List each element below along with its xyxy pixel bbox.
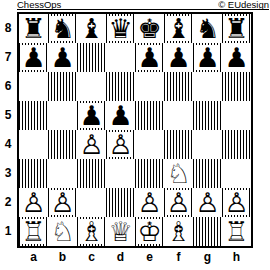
piece-black-rook[interactable]: ♜ — [224, 16, 249, 41]
square-e8[interactable]: ♚ — [135, 14, 164, 43]
piece-white-pawn[interactable]: ♙ — [166, 190, 191, 215]
piece-white-pawn[interactable]: ♙ — [224, 190, 249, 215]
square-e6[interactable] — [135, 72, 164, 101]
square-c1[interactable]: ♗ — [77, 217, 106, 246]
piece-black-rook[interactable]: ♜ — [21, 16, 46, 41]
file-label-b: b — [48, 250, 77, 264]
piece-black-knight[interactable]: ♞ — [195, 16, 220, 41]
square-g4[interactable] — [193, 130, 222, 159]
square-e2[interactable]: ♙ — [135, 188, 164, 217]
piece-black-pawn[interactable]: ♟ — [79, 103, 104, 128]
square-h3[interactable] — [222, 159, 251, 188]
piece-white-rook[interactable]: ♖ — [21, 219, 46, 244]
square-a8[interactable]: ♜ — [19, 14, 48, 43]
rank-label-5: 5 — [0, 101, 16, 130]
square-g6[interactable] — [193, 72, 222, 101]
file-label-e: e — [135, 250, 164, 264]
rank-label-6: 6 — [0, 72, 16, 101]
square-c2[interactable] — [77, 188, 106, 217]
square-c5[interactable]: ♟ — [77, 101, 106, 130]
piece-black-king[interactable]: ♚ — [137, 16, 162, 41]
square-c3[interactable] — [77, 159, 106, 188]
rank-label-2: 2 — [0, 188, 16, 217]
square-h8[interactable]: ♜ — [222, 14, 251, 43]
square-d1[interactable]: ♕ — [106, 217, 135, 246]
square-b2[interactable]: ♙ — [48, 188, 77, 217]
chess-diagram-page: ChessOps © EUdesign 87654321 ♜♞♝♛♚♝♞♜♟♟♟… — [0, 0, 270, 270]
square-b1[interactable]: ♘ — [48, 217, 77, 246]
file-label-c: c — [77, 250, 106, 264]
square-a7[interactable]: ♟ — [19, 43, 48, 72]
square-f2[interactable]: ♙ — [164, 188, 193, 217]
square-f8[interactable]: ♝ — [164, 14, 193, 43]
rank-label-3: 3 — [0, 159, 16, 188]
square-g2[interactable]: ♙ — [193, 188, 222, 217]
square-h1[interactable]: ♖ — [222, 217, 251, 246]
square-c8[interactable]: ♝ — [77, 14, 106, 43]
piece-black-pawn[interactable]: ♟ — [21, 45, 46, 70]
square-d5[interactable]: ♟ — [106, 101, 135, 130]
square-a2[interactable]: ♙ — [19, 188, 48, 217]
piece-black-bishop[interactable]: ♝ — [79, 16, 104, 41]
piece-black-pawn[interactable]: ♟ — [108, 103, 133, 128]
piece-white-knight[interactable]: ♘ — [166, 161, 191, 186]
square-d8[interactable]: ♛ — [106, 14, 135, 43]
piece-white-pawn[interactable]: ♙ — [50, 190, 75, 215]
file-labels: abcdefgh — [19, 250, 251, 264]
square-e1[interactable]: ♔ — [135, 217, 164, 246]
chess-board: ♜♞♝♛♚♝♞♜♟♟♟♟♟♟♟♟♙♙♘♙♙♙♙♙♙♖♘♗♕♔♗♖ — [17, 12, 253, 248]
square-d4[interactable]: ♙ — [106, 130, 135, 159]
rank-label-8: 8 — [0, 14, 16, 43]
square-e7[interactable]: ♟ — [135, 43, 164, 72]
square-f7[interactable]: ♟ — [164, 43, 193, 72]
piece-black-knight[interactable]: ♞ — [50, 16, 75, 41]
rank-label-7: 7 — [0, 43, 16, 72]
square-h4[interactable] — [222, 130, 251, 159]
square-d6[interactable] — [106, 72, 135, 101]
square-b3[interactable] — [48, 159, 77, 188]
piece-white-knight[interactable]: ♘ — [50, 219, 75, 244]
title-bar: ChessOps © EUdesign — [17, 0, 269, 10]
piece-white-bishop[interactable]: ♗ — [166, 219, 191, 244]
square-b8[interactable]: ♞ — [48, 14, 77, 43]
square-c7[interactable] — [77, 43, 106, 72]
square-a3[interactable] — [19, 159, 48, 188]
piece-black-bishop[interactable]: ♝ — [166, 16, 191, 41]
app-title: ChessOps — [17, 0, 61, 9]
square-b4[interactable] — [48, 130, 77, 159]
square-a5[interactable] — [19, 101, 48, 130]
square-g5[interactable] — [193, 101, 222, 130]
square-d7[interactable] — [106, 43, 135, 72]
square-h2[interactable]: ♙ — [222, 188, 251, 217]
square-g7[interactable]: ♟ — [193, 43, 222, 72]
square-b6[interactable] — [48, 72, 77, 101]
square-a4[interactable] — [19, 130, 48, 159]
piece-black-queen[interactable]: ♛ — [108, 16, 133, 41]
square-e5[interactable] — [135, 101, 164, 130]
file-label-g: g — [193, 250, 222, 264]
piece-white-pawn[interactable]: ♙ — [195, 190, 220, 215]
piece-white-queen[interactable]: ♕ — [108, 219, 133, 244]
square-g3[interactable] — [193, 159, 222, 188]
square-h5[interactable] — [222, 101, 251, 130]
piece-black-pawn[interactable]: ♟ — [224, 45, 249, 70]
square-d2[interactable] — [106, 188, 135, 217]
piece-white-rook[interactable]: ♖ — [224, 219, 249, 244]
piece-black-pawn[interactable]: ♟ — [137, 45, 162, 70]
square-d3[interactable] — [106, 159, 135, 188]
square-e3[interactable] — [135, 159, 164, 188]
square-b7[interactable]: ♟ — [48, 43, 77, 72]
piece-white-pawn[interactable]: ♙ — [137, 190, 162, 215]
square-b5[interactable] — [48, 101, 77, 130]
square-f3[interactable]: ♘ — [164, 159, 193, 188]
square-h7[interactable]: ♟ — [222, 43, 251, 72]
square-e4[interactable] — [135, 130, 164, 159]
square-f5[interactable] — [164, 101, 193, 130]
piece-black-pawn[interactable]: ♟ — [195, 45, 220, 70]
square-g8[interactable]: ♞ — [193, 14, 222, 43]
square-c6[interactable] — [77, 72, 106, 101]
square-f1[interactable]: ♗ — [164, 217, 193, 246]
square-g1[interactable] — [193, 217, 222, 246]
piece-white-pawn[interactable]: ♙ — [108, 132, 133, 157]
piece-white-king[interactable]: ♔ — [137, 219, 162, 244]
rank-labels: 87654321 — [0, 14, 16, 246]
rank-label-4: 4 — [0, 130, 16, 159]
piece-black-pawn[interactable]: ♟ — [50, 45, 75, 70]
copyright: © EUdesign — [218, 0, 269, 9]
file-label-f: f — [164, 250, 193, 264]
square-f4[interactable] — [164, 130, 193, 159]
piece-white-pawn[interactable]: ♙ — [79, 132, 104, 157]
piece-white-bishop[interactable]: ♗ — [79, 219, 104, 244]
square-a1[interactable]: ♖ — [19, 217, 48, 246]
square-a6[interactable] — [19, 72, 48, 101]
piece-white-pawn[interactable]: ♙ — [21, 190, 46, 215]
piece-black-pawn[interactable]: ♟ — [166, 45, 191, 70]
rank-label-1: 1 — [0, 217, 16, 246]
square-f6[interactable] — [164, 72, 193, 101]
file-label-h: h — [222, 250, 251, 264]
file-label-a: a — [19, 250, 48, 264]
square-h6[interactable] — [222, 72, 251, 101]
square-c4[interactable]: ♙ — [77, 130, 106, 159]
file-label-d: d — [106, 250, 135, 264]
